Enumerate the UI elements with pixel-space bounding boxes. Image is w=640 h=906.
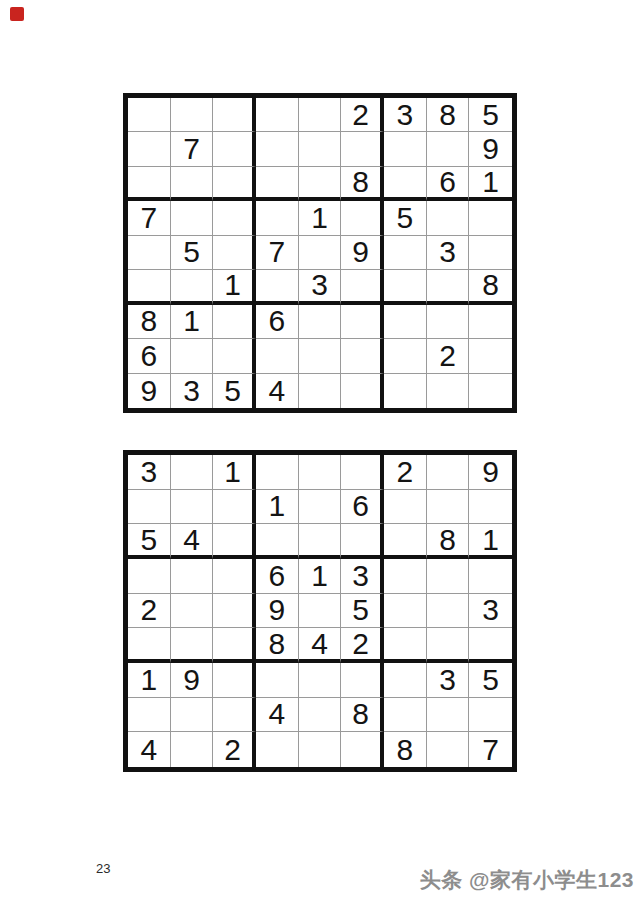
sudoku-cell xyxy=(299,490,342,525)
sudoku-cell xyxy=(256,132,299,166)
sudoku-cell xyxy=(469,339,512,373)
sudoku-cell xyxy=(256,732,299,767)
sudoku-cell xyxy=(171,167,214,201)
sudoku-cell: 3 xyxy=(469,594,512,629)
sudoku-cell: 8 xyxy=(341,698,384,733)
sudoku-cell xyxy=(256,455,299,490)
sudoku-cell: 7 xyxy=(256,236,299,270)
sudoku-cell xyxy=(341,455,384,490)
sudoku-cell xyxy=(299,374,342,408)
sudoku-cell xyxy=(213,559,256,594)
sudoku-cell xyxy=(384,524,427,559)
sudoku-cell xyxy=(299,732,342,767)
sudoku-cell: 9 xyxy=(469,132,512,166)
sudoku-cell xyxy=(171,559,214,594)
sudoku-cell xyxy=(341,132,384,166)
watermark-text: 头条 @家有小学生123 xyxy=(420,866,634,894)
sudoku-cell xyxy=(213,98,256,132)
sudoku-cell xyxy=(213,698,256,733)
sudoku-cell: 5 xyxy=(469,98,512,132)
sudoku-cell xyxy=(299,663,342,698)
sudoku-cell: 2 xyxy=(128,594,171,629)
sudoku-cell xyxy=(171,628,214,663)
sudoku-cell xyxy=(384,374,427,408)
sudoku-cell: 1 xyxy=(128,663,171,698)
sudoku-cell xyxy=(213,167,256,201)
sudoku-cell xyxy=(256,663,299,698)
sudoku-cell: 9 xyxy=(341,236,384,270)
sudoku-cell: 6 xyxy=(256,559,299,594)
sudoku-grid-1: 2385798617155793138816629354 xyxy=(123,93,517,413)
sudoku-cell xyxy=(256,167,299,201)
sudoku-cell xyxy=(341,732,384,767)
sudoku-cell xyxy=(128,490,171,525)
sudoku-cell: 5 xyxy=(469,663,512,698)
sudoku-cell: 5 xyxy=(341,594,384,629)
sudoku-cell xyxy=(256,201,299,235)
sudoku-cell: 8 xyxy=(341,167,384,201)
sudoku-cell: 3 xyxy=(427,236,470,270)
sudoku-cell xyxy=(128,236,171,270)
sudoku-cell xyxy=(469,236,512,270)
sudoku-cell xyxy=(299,167,342,201)
sudoku-cell xyxy=(299,524,342,559)
sudoku-cell xyxy=(341,524,384,559)
sudoku-cell xyxy=(256,524,299,559)
sudoku-cell: 7 xyxy=(171,132,214,166)
sudoku-cell xyxy=(128,167,171,201)
sudoku-cell xyxy=(427,698,470,733)
sudoku-cell xyxy=(171,490,214,525)
sudoku-cell: 2 xyxy=(384,455,427,490)
sudoku-cell xyxy=(427,732,470,767)
sudoku-cell xyxy=(341,305,384,339)
sudoku-cell xyxy=(384,167,427,201)
sudoku-cell: 1 xyxy=(299,201,342,235)
sudoku-cell xyxy=(256,339,299,373)
sudoku-cell xyxy=(299,455,342,490)
sudoku-cell xyxy=(299,305,342,339)
sudoku-cell xyxy=(384,559,427,594)
sudoku-cell xyxy=(469,305,512,339)
sudoku-cell xyxy=(427,490,470,525)
sudoku-cell xyxy=(299,236,342,270)
sudoku-cell xyxy=(427,374,470,408)
sudoku-cell xyxy=(171,455,214,490)
sudoku-cell xyxy=(427,594,470,629)
sudoku-cell: 3 xyxy=(299,270,342,304)
sudoku-cell: 5 xyxy=(171,236,214,270)
sudoku-cell xyxy=(128,132,171,166)
sudoku-cell: 1 xyxy=(469,524,512,559)
sudoku-cell xyxy=(299,132,342,166)
sudoku-cell: 5 xyxy=(128,524,171,559)
sudoku-cell: 6 xyxy=(427,167,470,201)
sudoku-cell xyxy=(469,559,512,594)
sudoku-cell: 1 xyxy=(256,490,299,525)
sudoku-cell: 9 xyxy=(128,374,171,408)
sudoku-cell xyxy=(427,628,470,663)
sudoku-cell: 4 xyxy=(299,628,342,663)
sudoku-cell: 6 xyxy=(256,305,299,339)
sudoku-cell xyxy=(256,98,299,132)
sudoku-cell: 7 xyxy=(469,732,512,767)
sudoku-cell: 8 xyxy=(384,732,427,767)
sudoku-cell xyxy=(213,524,256,559)
sudoku-cell xyxy=(427,559,470,594)
sudoku-cell: 4 xyxy=(256,698,299,733)
sudoku-cell xyxy=(341,663,384,698)
sudoku-cell: 2 xyxy=(341,98,384,132)
sudoku-cell: 4 xyxy=(256,374,299,408)
sudoku-cell: 1 xyxy=(299,559,342,594)
sudoku-cell xyxy=(384,339,427,373)
sudoku-cell xyxy=(427,132,470,166)
sudoku-cell: 6 xyxy=(341,490,384,525)
sudoku-cell xyxy=(469,490,512,525)
sudoku-cell xyxy=(128,698,171,733)
sudoku-cell xyxy=(469,698,512,733)
sudoku-cell xyxy=(299,594,342,629)
sudoku-cell: 8 xyxy=(128,305,171,339)
sudoku-cell xyxy=(213,132,256,166)
sudoku-cell xyxy=(213,201,256,235)
sudoku-cell xyxy=(384,628,427,663)
sudoku-cell xyxy=(427,305,470,339)
sudoku-cell xyxy=(213,305,256,339)
sudoku-cell: 5 xyxy=(384,201,427,235)
sudoku-cell xyxy=(299,698,342,733)
sudoku-cell xyxy=(469,628,512,663)
sudoku-cell xyxy=(171,732,214,767)
sudoku-cell xyxy=(469,201,512,235)
sudoku-cell xyxy=(341,270,384,304)
sudoku-cell xyxy=(384,305,427,339)
sudoku-cell xyxy=(384,594,427,629)
sudoku-cell xyxy=(213,628,256,663)
sudoku-cell: 1 xyxy=(213,455,256,490)
sudoku-cell: 8 xyxy=(427,98,470,132)
sudoku-cell: 5 xyxy=(213,374,256,408)
sudoku-cell xyxy=(384,698,427,733)
sudoku-cell xyxy=(171,594,214,629)
sudoku-cell xyxy=(213,236,256,270)
sudoku-cell: 8 xyxy=(256,628,299,663)
sudoku-cell: 8 xyxy=(469,270,512,304)
sudoku-cell: 3 xyxy=(128,455,171,490)
sudoku-cell xyxy=(427,270,470,304)
sudoku-cell: 1 xyxy=(171,305,214,339)
worksheet-page: 2385798617155793138816629354 31291654816… xyxy=(0,0,640,906)
sudoku-cell: 2 xyxy=(213,732,256,767)
sudoku-grid-2: 312916548161329538421935484287 xyxy=(123,450,517,772)
sudoku-cell xyxy=(384,490,427,525)
sudoku-cell xyxy=(213,490,256,525)
sudoku-cell: 1 xyxy=(213,270,256,304)
sudoku-cell xyxy=(427,201,470,235)
red-square-icon xyxy=(10,7,24,21)
sudoku-cell xyxy=(299,98,342,132)
sudoku-cell xyxy=(171,698,214,733)
sudoku-cell xyxy=(341,201,384,235)
sudoku-cell: 9 xyxy=(256,594,299,629)
sudoku-cell: 1 xyxy=(469,167,512,201)
sudoku-cell xyxy=(171,270,214,304)
sudoku-cell xyxy=(341,339,384,373)
sudoku-cell xyxy=(384,663,427,698)
sudoku-cell: 4 xyxy=(171,524,214,559)
sudoku-cell: 9 xyxy=(469,455,512,490)
sudoku-cell xyxy=(427,455,470,490)
sudoku-cell: 3 xyxy=(341,559,384,594)
sudoku-cell xyxy=(384,270,427,304)
page-number: 23 xyxy=(96,861,110,876)
sudoku-cell: 3 xyxy=(384,98,427,132)
sudoku-cell: 6 xyxy=(128,339,171,373)
sudoku-cell xyxy=(299,339,342,373)
sudoku-cell: 3 xyxy=(427,663,470,698)
sudoku-cell xyxy=(128,628,171,663)
sudoku-cell xyxy=(171,201,214,235)
sudoku-cell: 9 xyxy=(171,663,214,698)
sudoku-cell xyxy=(384,236,427,270)
sudoku-cell: 4 xyxy=(128,732,171,767)
sudoku-cell xyxy=(171,339,214,373)
sudoku-cell: 2 xyxy=(427,339,470,373)
sudoku-cell xyxy=(171,98,214,132)
sudoku-cell xyxy=(256,270,299,304)
sudoku-cell xyxy=(213,663,256,698)
sudoku-cell xyxy=(213,594,256,629)
sudoku-cell xyxy=(128,98,171,132)
sudoku-cell xyxy=(128,559,171,594)
sudoku-cell: 3 xyxy=(171,374,214,408)
sudoku-cell xyxy=(384,132,427,166)
sudoku-cell: 8 xyxy=(427,524,470,559)
sudoku-cell xyxy=(128,270,171,304)
sudoku-cell xyxy=(341,374,384,408)
sudoku-cell xyxy=(469,374,512,408)
sudoku-cell: 7 xyxy=(128,201,171,235)
sudoku-cell xyxy=(213,339,256,373)
sudoku-cell: 2 xyxy=(341,628,384,663)
